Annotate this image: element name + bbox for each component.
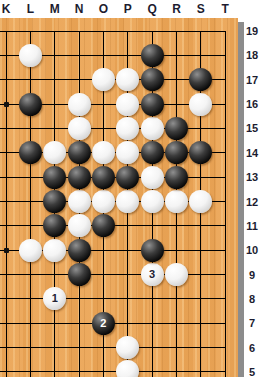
black-stone — [19, 93, 42, 116]
black-stone — [92, 166, 115, 189]
move-number-label: 3 — [141, 263, 164, 286]
black-stone — [165, 166, 188, 189]
white-stone — [68, 117, 91, 140]
black-stone — [165, 117, 188, 140]
white-stone — [92, 190, 115, 213]
black-stone — [68, 263, 91, 286]
go-diagram: KLMNOPQRST 312 1918171615141312111098765 — [0, 0, 260, 377]
black-stone — [189, 68, 212, 91]
black-stone — [141, 141, 164, 164]
black-stone — [92, 214, 115, 237]
white-stone — [165, 263, 188, 286]
column-label: Q — [143, 1, 161, 17]
row-label: 18 — [244, 47, 260, 63]
go-board[interactable]: 312 — [0, 18, 238, 377]
row-label: 7 — [244, 315, 260, 331]
row-label: 8 — [244, 291, 260, 307]
black-stone — [43, 166, 66, 189]
white-stone — [116, 336, 139, 359]
grid-line-v — [6, 31, 7, 377]
move-number-label: 2 — [92, 312, 115, 335]
white-stone: 1 — [43, 287, 66, 310]
white-stone: 3 — [141, 263, 164, 286]
black-stone — [19, 141, 42, 164]
white-stone — [165, 190, 188, 213]
column-label: P — [119, 1, 137, 17]
row-label: 15 — [244, 120, 260, 136]
black-stone — [189, 141, 212, 164]
grid-line-h — [0, 274, 226, 275]
black-stone — [141, 44, 164, 67]
white-stone — [68, 190, 91, 213]
white-stone — [92, 68, 115, 91]
white-stone — [116, 141, 139, 164]
grid-line-v — [30, 31, 31, 377]
black-stone: 2 — [92, 312, 115, 335]
white-stone — [141, 190, 164, 213]
star-point — [4, 102, 9, 107]
white-stone — [116, 360, 139, 377]
black-stone — [141, 93, 164, 116]
row-label: 9 — [244, 267, 260, 283]
white-stone — [68, 93, 91, 116]
black-stone — [141, 239, 164, 262]
black-stone — [165, 141, 188, 164]
row-label: 19 — [244, 23, 260, 39]
row-label: 6 — [244, 340, 260, 356]
column-label: K — [0, 1, 15, 17]
row-labels: 1918171615141312111098765 — [244, 18, 260, 377]
black-stone — [141, 68, 164, 91]
white-stone — [19, 239, 42, 262]
white-stone — [68, 214, 91, 237]
white-stone — [189, 93, 212, 116]
white-stone — [43, 141, 66, 164]
white-stone — [116, 117, 139, 140]
grid-line-h — [0, 298, 226, 299]
grid-line-h — [0, 128, 226, 129]
black-stone — [68, 239, 91, 262]
black-stone — [43, 190, 66, 213]
grid-line-h — [0, 347, 226, 348]
grid-line-v — [225, 31, 226, 377]
white-stone — [116, 190, 139, 213]
white-stone — [141, 117, 164, 140]
column-label: L — [21, 1, 39, 17]
row-label: 16 — [244, 96, 260, 112]
column-label: O — [94, 1, 112, 17]
star-point — [4, 248, 9, 253]
row-label: 17 — [244, 72, 260, 88]
grid-line-h — [0, 31, 226, 32]
white-stone — [141, 166, 164, 189]
black-stone — [116, 166, 139, 189]
row-label: 14 — [244, 145, 260, 161]
row-label: 11 — [244, 218, 260, 234]
column-label: M — [46, 1, 64, 17]
row-label: 12 — [244, 194, 260, 210]
column-labels: KLMNOPQRST — [0, 0, 260, 18]
row-label: 10 — [244, 242, 260, 258]
black-stone — [43, 214, 66, 237]
column-label: N — [70, 1, 88, 17]
row-label: 5 — [244, 364, 260, 377]
grid-line-h — [0, 371, 226, 372]
black-stone — [68, 166, 91, 189]
move-number-label: 1 — [43, 287, 66, 310]
white-stone — [189, 190, 212, 213]
white-stone — [92, 141, 115, 164]
white-stone — [116, 93, 139, 116]
white-stone — [19, 44, 42, 67]
column-label: T — [216, 1, 234, 17]
column-label: S — [192, 1, 210, 17]
white-stone — [43, 239, 66, 262]
row-label: 13 — [244, 169, 260, 185]
black-stone — [68, 141, 91, 164]
white-stone — [116, 68, 139, 91]
column-label: R — [168, 1, 186, 17]
